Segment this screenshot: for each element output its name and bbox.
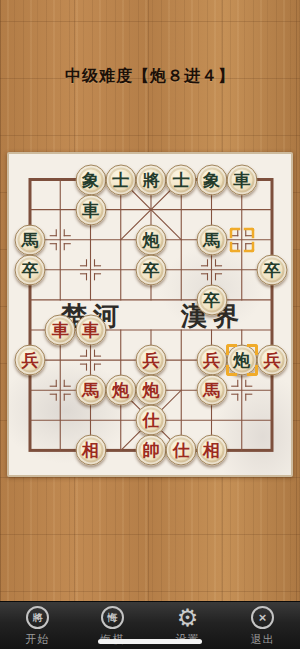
puzzle-title: 中级难度【炮８进４】 <box>0 66 300 87</box>
piece-red-advisor[interactable]: 仕 <box>136 405 167 436</box>
piece-black-cannon[interactable]: 炮 <box>136 224 167 255</box>
last-move-destination-highlight <box>226 344 258 376</box>
piece-black-advisor[interactable]: 士 <box>105 164 136 195</box>
piece-red-horse[interactable]: 馬 <box>196 375 227 406</box>
piece-red-elephant[interactable]: 相 <box>75 435 106 466</box>
piece-black-soldier[interactable]: 卒 <box>136 254 167 285</box>
piece-red-cannon[interactable]: 炮 <box>105 375 136 406</box>
piece-black-horse[interactable]: 馬 <box>15 224 46 255</box>
gear-icon: ⚙ <box>177 606 199 629</box>
start-button[interactable]: 將 开始 <box>0 602 75 649</box>
piece-red-soldier[interactable]: 兵 <box>15 345 46 376</box>
piece-black-horse[interactable]: 馬 <box>196 224 227 255</box>
close-circle-icon: × <box>251 606 274 629</box>
xiangqi-board: 楚河 漢界 象士將士象車車馬炮馬卒卒卒卒車車兵兵兵炮兵馬炮炮馬仕相帥仕相 <box>7 152 293 477</box>
piece-black-elephant[interactable]: 象 <box>75 164 106 195</box>
piece-black-elephant[interactable]: 象 <box>196 164 227 195</box>
piece-red-soldier[interactable]: 兵 <box>257 345 288 376</box>
exit-button[interactable]: × 退出 <box>225 602 300 649</box>
piece-black-chariot[interactable]: 車 <box>75 194 106 225</box>
piece-red-horse[interactable]: 馬 <box>75 375 106 406</box>
piece-black-general[interactable]: 將 <box>136 164 167 195</box>
exit-label: 退出 <box>251 632 275 647</box>
piece-black-chariot[interactable]: 車 <box>226 164 257 195</box>
piece-red-elephant[interactable]: 相 <box>196 435 227 466</box>
piece-red-soldier[interactable]: 兵 <box>196 345 227 376</box>
start-piece-icon: 將 <box>26 606 49 629</box>
last-move-origin-highlight <box>229 227 254 252</box>
piece-black-soldier[interactable]: 卒 <box>257 254 288 285</box>
piece-black-soldier[interactable]: 卒 <box>15 254 46 285</box>
piece-red-general[interactable]: 帥 <box>136 435 167 466</box>
piece-black-advisor[interactable]: 士 <box>166 164 197 195</box>
undo-piece-icon: 悔 <box>101 606 124 629</box>
home-indicator[interactable] <box>98 639 202 644</box>
piece-red-soldier[interactable]: 兵 <box>136 345 167 376</box>
piece-red-chariot[interactable]: 車 <box>75 315 106 346</box>
piece-red-chariot[interactable]: 車 <box>45 315 76 346</box>
start-label: 开始 <box>26 632 50 647</box>
piece-red-advisor[interactable]: 仕 <box>166 435 197 466</box>
piece-black-soldier[interactable]: 卒 <box>196 284 227 315</box>
piece-red-cannon[interactable]: 炮 <box>136 375 167 406</box>
